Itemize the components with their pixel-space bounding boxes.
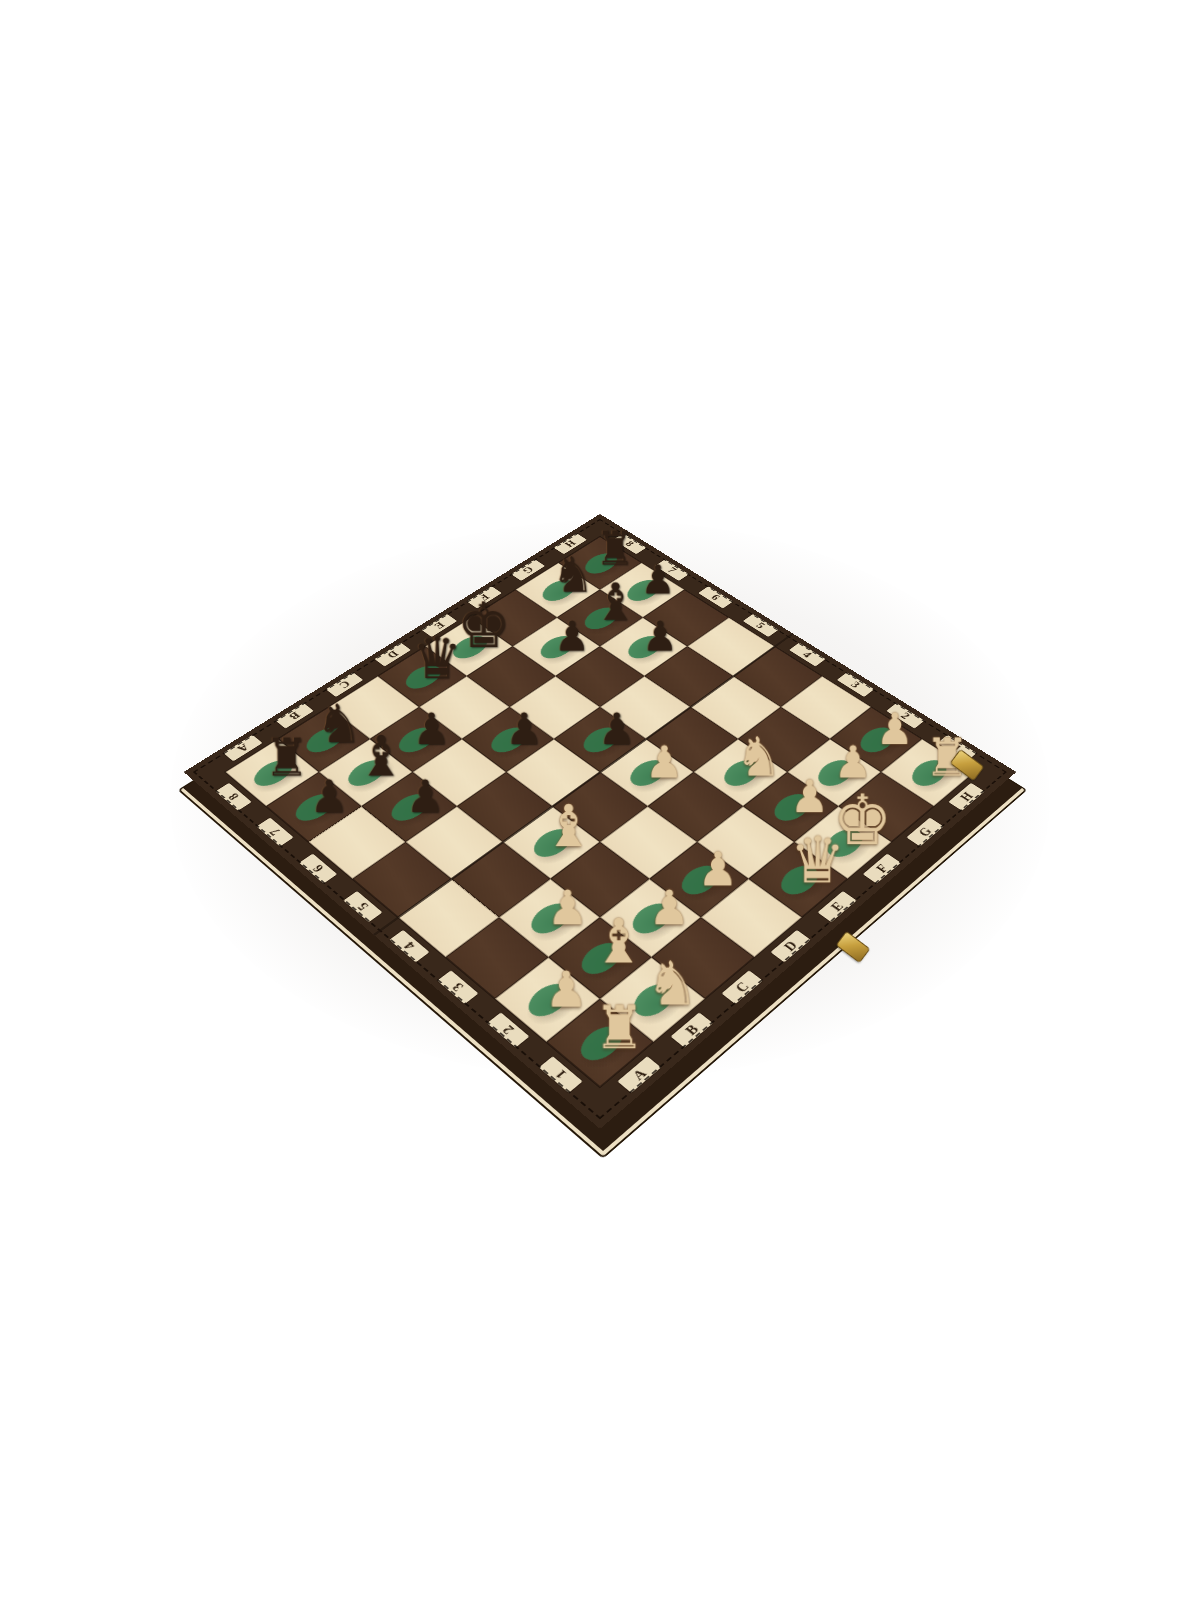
- page-background: ABCDEFGH8♜♞♛♚♞♜87♟♝♟♟♝♟76♟♟♟65♟54♝♟43♟♞3…: [0, 0, 1200, 1600]
- piece-black-pawn[interactable]: ♟: [629, 615, 691, 657]
- piece-black-pawn[interactable]: ♟: [541, 615, 603, 657]
- piece-white-queen[interactable]: ♛: [782, 828, 853, 892]
- piece-white-bishop[interactable]: ♝: [534, 797, 603, 855]
- chess-board-scene: ABCDEFGH8♜♞♛♚♞♜87♟♝♟♟♝♟76♟♟♟65♟54♝♟43♟♞3…: [0, 0, 1200, 1600]
- piece-black-pawn[interactable]: ♟: [295, 774, 363, 819]
- piece-black-queen[interactable]: ♛: [405, 629, 468, 687]
- piece-black-pawn[interactable]: ♟: [391, 774, 459, 819]
- piece-white-pawn[interactable]: ♟: [631, 740, 698, 784]
- piece-black-pawn[interactable]: ♟: [491, 707, 557, 751]
- piece-white-rook[interactable]: ♜: [581, 999, 658, 1058]
